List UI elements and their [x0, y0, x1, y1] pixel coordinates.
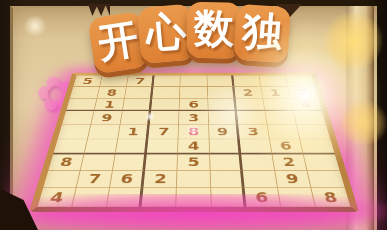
cell-r4c5[interactable]: 3 [179, 111, 208, 124]
cell-r4c2[interactable]: 9 [91, 111, 123, 124]
cell-r3c6[interactable] [208, 99, 237, 112]
cell-r8c8[interactable]: 9 [275, 171, 311, 188]
cell-r1c2[interactable] [100, 75, 129, 86]
title-char: 数 [186, 2, 241, 59]
cell-r3c3[interactable] [123, 99, 153, 112]
cell-r7c7[interactable] [241, 154, 275, 170]
cell-r3c1[interactable] [66, 99, 97, 112]
cell-r7c8[interactable]: 2 [272, 154, 307, 170]
cell-r3c5[interactable]: 6 [180, 99, 208, 112]
cell-r5c8[interactable] [267, 125, 300, 139]
cell-r2c2[interactable]: 8 [97, 87, 127, 99]
cell-r7c5[interactable]: 5 [178, 154, 210, 170]
cell-r3c7[interactable] [235, 99, 265, 112]
cell-r5c3[interactable]: 1 [118, 125, 150, 139]
cell-r8c7[interactable] [243, 171, 278, 188]
cell-r8c3[interactable]: 6 [110, 171, 145, 188]
cell-r2c9[interactable]: 7 [288, 87, 318, 99]
cell-r6c3[interactable] [116, 139, 149, 154]
cell-r6c8[interactable]: 6 [270, 139, 304, 154]
cell-r5c9[interactable] [297, 125, 331, 139]
game-screen: 开心数独 ✿ 5782171649317893468527629468 [0, 0, 387, 230]
cell-r4c8[interactable] [265, 111, 297, 124]
cell-r5c7[interactable]: 3 [238, 125, 270, 139]
cell-r7c1[interactable]: 8 [48, 154, 84, 170]
sudoku-grid: 5782171649317893468527629468 [38, 75, 351, 206]
cell-r5c5[interactable]: 8 [179, 125, 209, 139]
cell-r9c9[interactable]: 8 [311, 188, 350, 207]
cell-r9c5[interactable] [177, 188, 212, 207]
cell-r8c9[interactable] [307, 171, 345, 188]
cell-r9c4[interactable] [142, 188, 177, 207]
cell-r4c7[interactable] [237, 111, 268, 124]
cell-r2c7[interactable]: 2 [234, 87, 263, 99]
cell-r2c1[interactable] [70, 87, 100, 99]
cell-r7c2[interactable] [81, 154, 116, 170]
cell-r5c4[interactable]: 7 [149, 125, 180, 139]
cell-r5c6[interactable]: 9 [209, 125, 240, 139]
cell-r1c1[interactable]: 5 [73, 75, 102, 86]
cell-r6c6[interactable] [209, 139, 241, 154]
cell-r8c6[interactable] [210, 171, 244, 188]
cell-r4c6[interactable] [208, 111, 238, 124]
cell-r1c8[interactable] [259, 75, 288, 86]
cell-r4c4[interactable] [150, 111, 180, 124]
cell-r6c1[interactable] [53, 139, 88, 154]
cell-r5c2[interactable] [88, 125, 121, 139]
board-scene: 5782171649317893468527629468 [14, 80, 374, 218]
cell-r8c1[interactable] [43, 171, 81, 188]
cell-r6c9[interactable] [300, 139, 335, 154]
cell-r7c6[interactable] [210, 154, 243, 170]
cell-r8c5[interactable] [177, 171, 211, 188]
cell-r7c3[interactable] [113, 154, 147, 170]
cell-r1c9[interactable] [285, 75, 314, 86]
cell-r6c7[interactable] [239, 139, 272, 154]
cell-r9c6[interactable] [211, 188, 246, 207]
cell-r8c2[interactable]: 7 [77, 171, 113, 188]
game-title: 开心数独 [93, 3, 287, 66]
sudoku-board[interactable]: 5782171649317893468527629468 [29, 73, 359, 212]
cell-r7c9[interactable] [304, 154, 340, 170]
cell-r1c5[interactable] [181, 75, 208, 86]
cell-r3c8[interactable] [263, 99, 294, 112]
cell-r2c6[interactable] [207, 87, 235, 99]
cell-r4c9[interactable] [294, 111, 326, 124]
title-char: 独 [233, 4, 291, 64]
cell-r8c4[interactable]: 2 [144, 171, 178, 188]
cell-r1c6[interactable] [207, 75, 234, 86]
cell-r6c5[interactable]: 4 [178, 139, 209, 154]
cell-r3c9[interactable]: 4 [291, 99, 322, 112]
cell-r9c7[interactable]: 6 [244, 188, 281, 207]
cell-r1c3[interactable]: 7 [127, 75, 155, 86]
cell-r1c7[interactable] [233, 75, 261, 86]
cell-r9c2[interactable] [72, 188, 110, 207]
cell-r9c8[interactable] [278, 188, 316, 207]
cell-r9c1[interactable]: 4 [38, 188, 77, 207]
cell-r9c3[interactable] [107, 188, 144, 207]
cell-r1c4[interactable] [154, 75, 181, 86]
cell-r5c1[interactable] [58, 125, 92, 139]
cell-r3c4[interactable] [151, 99, 180, 112]
cell-r7c4[interactable] [145, 154, 178, 170]
cell-r4c3[interactable] [121, 111, 152, 124]
cell-r4c1[interactable] [62, 111, 94, 124]
cell-r6c2[interactable] [84, 139, 118, 154]
cell-r2c4[interactable] [153, 87, 181, 99]
cell-r6c4[interactable] [147, 139, 179, 154]
cell-r2c3[interactable] [125, 87, 154, 99]
cell-r3c2[interactable]: 1 [94, 99, 125, 112]
cell-r2c8[interactable]: 1 [261, 87, 291, 99]
cell-r2c5[interactable] [180, 87, 208, 99]
